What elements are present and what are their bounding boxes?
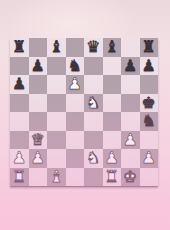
square-b7[interactable]: ♟ — [29, 57, 48, 76]
square-d3[interactable] — [66, 131, 85, 150]
square-d6[interactable]: ♟ — [66, 75, 85, 94]
square-e5[interactable]: ♞ — [84, 94, 103, 113]
piece-white-king[interactable]: ♚ — [123, 168, 137, 184]
square-a4[interactable] — [10, 112, 29, 131]
square-f1[interactable]: ♜ — [103, 168, 122, 187]
piece-white-pawn[interactable]: ♟ — [123, 131, 137, 147]
square-h2[interactable]: ♟ — [140, 149, 159, 168]
piece-black-pawn[interactable]: ♟ — [123, 57, 137, 73]
square-e6[interactable] — [84, 75, 103, 94]
square-b8[interactable] — [29, 38, 48, 57]
piece-black-knight[interactable]: ♞ — [68, 57, 82, 73]
square-b3[interactable]: ♛ — [29, 131, 48, 150]
piece-white-rook[interactable]: ♜ — [105, 168, 119, 184]
square-f7[interactable] — [103, 57, 122, 76]
square-g1[interactable]: ♚ — [121, 168, 140, 187]
piece-white-pawn[interactable]: ♟ — [31, 150, 45, 166]
square-d5[interactable] — [66, 94, 85, 113]
square-d8[interactable] — [66, 38, 85, 57]
piece-white-pawn[interactable]: ♟ — [12, 150, 26, 166]
piece-white-pawn[interactable]: ♟ — [105, 150, 119, 166]
square-b1[interactable] — [29, 168, 48, 187]
piece-white-knight[interactable]: ♞ — [86, 94, 100, 110]
square-d4[interactable] — [66, 112, 85, 131]
piece-white-pawn[interactable]: ♟ — [142, 150, 156, 166]
square-c4[interactable] — [47, 112, 66, 131]
square-d7[interactable]: ♞ — [66, 57, 85, 76]
square-g5[interactable] — [121, 94, 140, 113]
square-d2[interactable] — [66, 149, 85, 168]
square-a1[interactable]: ♜ — [10, 168, 29, 187]
square-a3[interactable] — [10, 131, 29, 150]
square-f4[interactable] — [103, 112, 122, 131]
square-e7[interactable] — [84, 57, 103, 76]
square-f2[interactable]: ♟ — [103, 149, 122, 168]
square-b5[interactable] — [29, 94, 48, 113]
piece-black-pawn[interactable]: ♟ — [142, 57, 156, 73]
square-h3[interactable] — [140, 131, 159, 150]
piece-black-pawn[interactable]: ♟ — [12, 76, 26, 92]
square-b2[interactable]: ♟ — [29, 149, 48, 168]
square-f8[interactable]: ♝ — [103, 38, 122, 57]
app-background: ♜♝♛♝♜♟♞♟♟♟♟♞♚♞♛♟♟♟♞♟♟♜♝♜♚ — [0, 0, 170, 230]
square-c1[interactable]: ♝ — [47, 168, 66, 187]
square-h6[interactable] — [140, 75, 159, 94]
piece-black-knight[interactable]: ♞ — [142, 113, 156, 129]
piece-white-knight[interactable]: ♞ — [86, 150, 100, 166]
piece-white-rook[interactable]: ♜ — [12, 168, 26, 184]
square-f3[interactable] — [103, 131, 122, 150]
piece-black-pawn[interactable]: ♟ — [31, 57, 45, 73]
square-f6[interactable] — [103, 75, 122, 94]
piece-black-rook[interactable]: ♜ — [142, 39, 156, 55]
square-c3[interactable] — [47, 131, 66, 150]
piece-black-queen[interactable]: ♛ — [86, 39, 100, 55]
square-a7[interactable] — [10, 57, 29, 76]
square-g6[interactable] — [121, 75, 140, 94]
square-g7[interactable]: ♟ — [121, 57, 140, 76]
square-e3[interactable] — [84, 131, 103, 150]
piece-black-king[interactable]: ♚ — [142, 94, 156, 110]
square-a8[interactable]: ♜ — [10, 38, 29, 57]
square-b6[interactable] — [29, 75, 48, 94]
square-a5[interactable] — [10, 94, 29, 113]
square-c5[interactable] — [47, 94, 66, 113]
square-h1[interactable] — [140, 168, 159, 187]
square-g4[interactable] — [121, 112, 140, 131]
piece-black-rook[interactable]: ♜ — [12, 39, 26, 55]
square-e1[interactable] — [84, 168, 103, 187]
square-f5[interactable] — [103, 94, 122, 113]
square-g2[interactable] — [121, 149, 140, 168]
square-b4[interactable] — [29, 112, 48, 131]
square-c7[interactable] — [47, 57, 66, 76]
square-h4[interactable]: ♞ — [140, 112, 159, 131]
square-c6[interactable] — [47, 75, 66, 94]
piece-white-pawn[interactable]: ♟ — [68, 76, 82, 92]
piece-white-queen[interactable]: ♛ — [31, 131, 45, 147]
square-e2[interactable]: ♞ — [84, 149, 103, 168]
square-h7[interactable]: ♟ — [140, 57, 159, 76]
chess-board: ♜♝♛♝♜♟♞♟♟♟♟♞♚♞♛♟♟♟♞♟♟♜♝♜♚ — [10, 38, 158, 186]
square-e4[interactable] — [84, 112, 103, 131]
square-g3[interactable]: ♟ — [121, 131, 140, 150]
piece-white-bishop[interactable]: ♝ — [49, 168, 63, 184]
square-c8[interactable]: ♝ — [47, 38, 66, 57]
square-a2[interactable]: ♟ — [10, 149, 29, 168]
square-e8[interactable]: ♛ — [84, 38, 103, 57]
square-g8[interactable] — [121, 38, 140, 57]
square-h5[interactable]: ♚ — [140, 94, 159, 113]
piece-black-bishop[interactable]: ♝ — [105, 39, 119, 55]
square-c2[interactable] — [47, 149, 66, 168]
piece-black-bishop[interactable]: ♝ — [49, 39, 63, 55]
square-d1[interactable] — [66, 168, 85, 187]
square-a6[interactable]: ♟ — [10, 75, 29, 94]
square-h8[interactable]: ♜ — [140, 38, 159, 57]
